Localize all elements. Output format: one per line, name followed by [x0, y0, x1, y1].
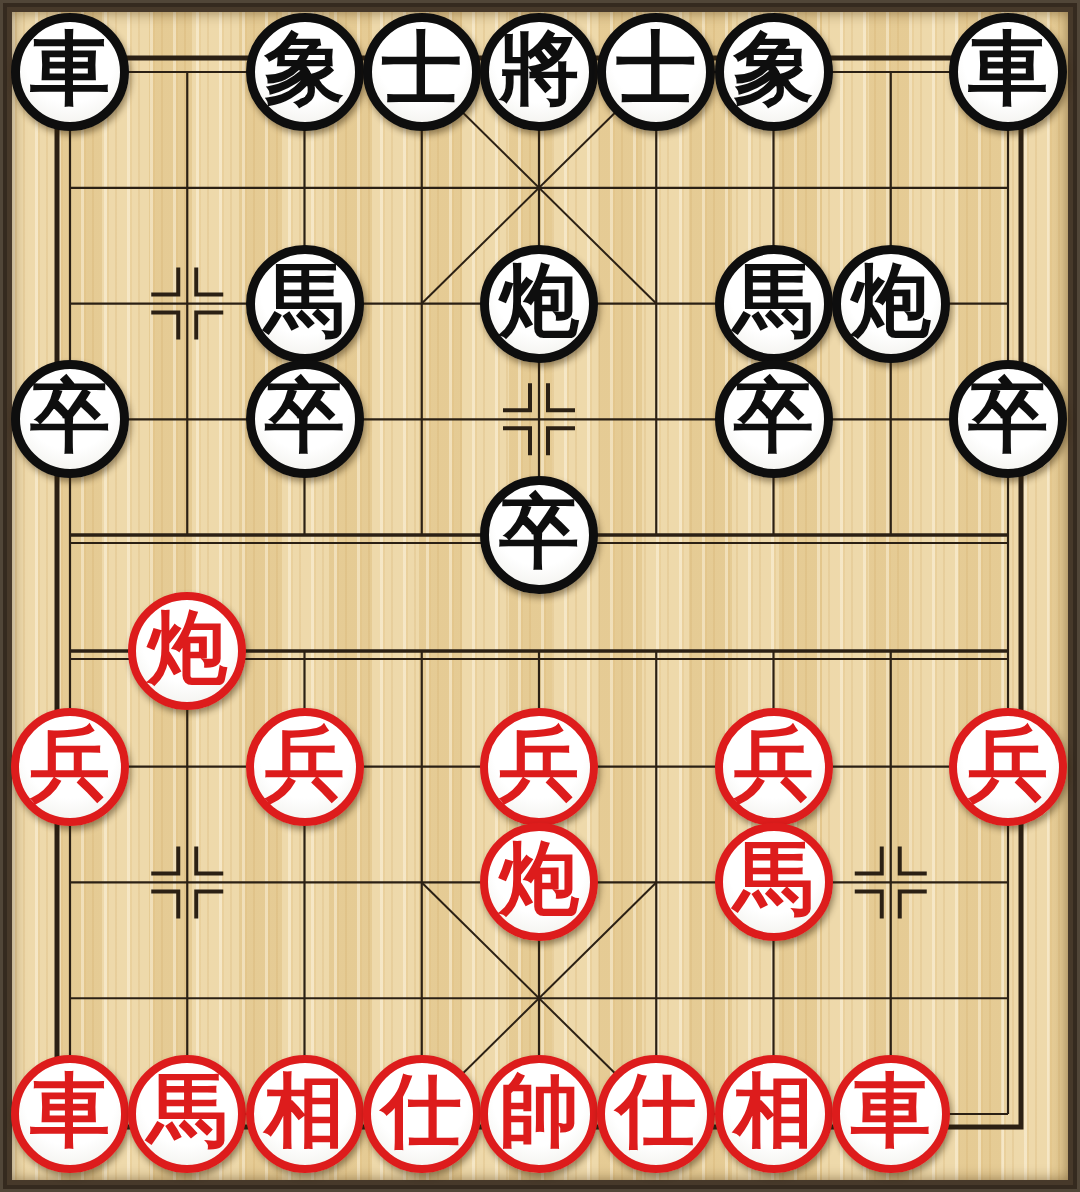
- piece-red-cannon[interactable]: 炮: [128, 592, 246, 710]
- piece-black-horse[interactable]: 馬: [715, 245, 833, 363]
- piece-character: 兵: [30, 724, 110, 804]
- piece-black-soldier[interactable]: 卒: [246, 360, 364, 478]
- piece-character: 卒: [734, 376, 814, 456]
- xiangqi-board[interactable]: 車象士將士象車馬炮馬炮卒卒卒卒卒炮兵兵兵兵兵炮馬車馬相仕帥仕相車: [0, 0, 1080, 1192]
- piece-red-elephant[interactable]: 相: [715, 1055, 833, 1173]
- piece-character: 炮: [499, 261, 579, 341]
- piece-red-horse[interactable]: 馬: [715, 823, 833, 941]
- piece-red-soldier[interactable]: 兵: [715, 708, 833, 826]
- piece-character: 象: [734, 29, 814, 109]
- piece-black-soldier[interactable]: 卒: [480, 476, 598, 594]
- piece-character: 卒: [499, 492, 579, 572]
- piece-black-advisor[interactable]: 士: [363, 13, 481, 131]
- piece-black-chariot[interactable]: 車: [949, 13, 1067, 131]
- piece-character: 士: [382, 29, 462, 109]
- piece-character: 帥: [499, 1071, 579, 1151]
- piece-red-horse[interactable]: 馬: [128, 1055, 246, 1173]
- piece-black-advisor[interactable]: 士: [597, 13, 715, 131]
- piece-character: 仕: [382, 1071, 462, 1151]
- piece-character: 兵: [499, 724, 579, 804]
- piece-character: 象: [265, 29, 345, 109]
- piece-character: 炮: [499, 839, 579, 919]
- piece-character: 馬: [147, 1071, 227, 1151]
- piece-black-general[interactable]: 將: [480, 13, 598, 131]
- piece-red-soldier[interactable]: 兵: [246, 708, 364, 826]
- piece-black-soldier[interactable]: 卒: [949, 360, 1067, 478]
- piece-character: 馬: [265, 261, 345, 341]
- piece-character: 士: [616, 29, 696, 109]
- board-frame: 車象士將士象車馬炮馬炮卒卒卒卒卒炮兵兵兵兵兵炮馬車馬相仕帥仕相車: [0, 0, 1080, 1192]
- piece-character: 仕: [616, 1071, 696, 1151]
- piece-character: 卒: [968, 376, 1048, 456]
- piece-character: 將: [499, 29, 579, 109]
- piece-black-cannon[interactable]: 炮: [480, 245, 598, 363]
- piece-black-cannon[interactable]: 炮: [832, 245, 950, 363]
- piece-black-soldier[interactable]: 卒: [11, 360, 129, 478]
- piece-character: 炮: [851, 261, 931, 341]
- piece-red-soldier[interactable]: 兵: [11, 708, 129, 826]
- piece-red-chariot[interactable]: 車: [832, 1055, 950, 1173]
- piece-character: 馬: [734, 839, 814, 919]
- pieces-layer: 車象士將士象車馬炮馬炮卒卒卒卒卒炮兵兵兵兵兵炮馬車馬相仕帥仕相車: [0, 0, 1080, 1192]
- piece-character: 相: [734, 1071, 814, 1151]
- piece-character: 兵: [968, 724, 1048, 804]
- piece-character: 卒: [265, 376, 345, 456]
- piece-character: 相: [265, 1071, 345, 1151]
- piece-character: 馬: [734, 261, 814, 341]
- piece-red-advisor[interactable]: 仕: [597, 1055, 715, 1173]
- piece-character: 車: [968, 29, 1048, 109]
- piece-red-elephant[interactable]: 相: [246, 1055, 364, 1173]
- piece-black-soldier[interactable]: 卒: [715, 360, 833, 478]
- piece-red-general[interactable]: 帥: [480, 1055, 598, 1173]
- piece-character: 兵: [734, 724, 814, 804]
- piece-black-horse[interactable]: 馬: [246, 245, 364, 363]
- piece-character: 車: [30, 29, 110, 109]
- piece-red-chariot[interactable]: 車: [11, 1055, 129, 1173]
- piece-black-chariot[interactable]: 車: [11, 13, 129, 131]
- piece-character: 卒: [30, 376, 110, 456]
- piece-character: 兵: [265, 724, 345, 804]
- piece-black-elephant[interactable]: 象: [246, 13, 364, 131]
- piece-red-advisor[interactable]: 仕: [363, 1055, 481, 1173]
- piece-character: 炮: [147, 608, 227, 688]
- piece-red-soldier[interactable]: 兵: [949, 708, 1067, 826]
- piece-red-cannon[interactable]: 炮: [480, 823, 598, 941]
- piece-red-soldier[interactable]: 兵: [480, 708, 598, 826]
- piece-character: 車: [851, 1071, 931, 1151]
- piece-character: 車: [30, 1071, 110, 1151]
- piece-black-elephant[interactable]: 象: [715, 13, 833, 131]
